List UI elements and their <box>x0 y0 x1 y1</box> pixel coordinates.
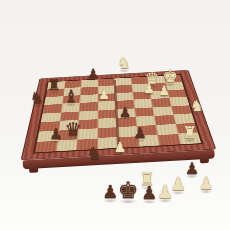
brown-knight: ♞ <box>86 145 101 162</box>
chess-set-photo: ♞♜♝♟♛♟♞♟♟♞♟♛♚♟♟♞♜♟♟♚♜♟♟♟♟♟ <box>0 0 230 230</box>
cream-pawn-offboard: ♟ <box>198 175 213 192</box>
brown-king-offboard: ♚ <box>118 179 139 202</box>
cream-pawn: ♟ <box>158 84 170 97</box>
brown-pawn-offboard: ♟ <box>141 184 157 202</box>
cream-pawn: ♟ <box>114 140 127 154</box>
brown-pawn: ♟ <box>133 126 146 141</box>
brown-knight: ♞ <box>30 90 44 106</box>
cream-pawn: ♟ <box>98 88 110 101</box>
cream-rook: ♜ <box>183 125 197 141</box>
brown-pawn: ♟ <box>119 105 132 119</box>
cream-knight: ♞ <box>190 99 203 114</box>
brown-queen: ♛ <box>64 120 81 139</box>
brown-pawn: ♟ <box>49 127 62 142</box>
brown-pawn-offboard: ♟ <box>185 161 199 177</box>
cream-knight: ♞ <box>117 56 130 71</box>
brown-rook: ♜ <box>47 78 60 93</box>
brown-bishop: ♝ <box>63 88 78 105</box>
brown-pawn: ♟ <box>87 67 99 80</box>
cream-pawn-offboard: ♟ <box>157 183 173 201</box>
pieces-layer: ♞♜♝♟♛♟♞♟♟♞♟♛♚♟♟♞♜♟♟♚♜♟♟♟♟♟ <box>0 0 230 230</box>
brown-pawn-offboard: ♟ <box>102 183 118 201</box>
cream-pawn: ♟ <box>143 82 155 95</box>
